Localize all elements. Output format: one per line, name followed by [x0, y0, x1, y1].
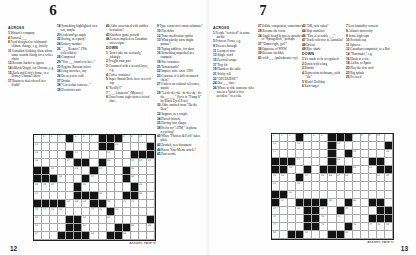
white-cell: 35	[99, 192, 107, 200]
black-cell	[377, 215, 385, 223]
white-cell	[147, 183, 155, 191]
cell-number: 13	[35, 151, 38, 154]
clue-number: 41	[258, 56, 261, 60]
white-cell	[58, 216, 66, 224]
white-cell: 26	[58, 175, 66, 183]
cell-number: 51	[83, 216, 86, 219]
white-cell: 51	[82, 216, 90, 224]
clue: 11 Canadian clothing chain whose name so…	[8, 49, 54, 61]
clue-column-3: 42 "OK, note taken"44 Ship stabilizer46 …	[302, 24, 346, 130]
white-cell	[296, 215, 304, 223]
cell-number: 41	[123, 200, 126, 203]
cell-number: 35	[329, 199, 332, 202]
white-cell: 29	[34, 183, 42, 191]
white-cell	[66, 175, 74, 183]
white-cell	[280, 215, 288, 223]
white-cell: 30	[42, 183, 50, 191]
white-cell	[139, 143, 147, 151]
white-cell: 16	[385, 150, 393, 158]
clue-number: 27	[258, 24, 261, 28]
cell-number: 36	[139, 192, 142, 195]
white-cell	[369, 142, 377, 150]
white-cell	[361, 166, 369, 174]
cell-number: 37	[273, 207, 276, 210]
black-cell	[328, 150, 336, 158]
black-cell	[312, 199, 320, 207]
white-cell	[361, 223, 369, 231]
clue-number: 17	[213, 62, 216, 66]
clue-column-3: 40 Abbr. associated with sudden hesitati…	[106, 24, 152, 130]
cell-number: 31	[273, 182, 276, 185]
clue: 46 Letters implied on Canadian street si…	[106, 37, 152, 45]
clue-number: 30	[157, 103, 160, 107]
cell-number: 15	[107, 151, 110, 154]
black-cell	[115, 135, 123, 143]
cell-number: 38	[75, 200, 78, 203]
cell-number: 19	[289, 166, 292, 169]
clue-number: 21	[157, 64, 160, 68]
white-cell: 33	[139, 183, 147, 191]
cell-number: 45	[51, 208, 54, 211]
white-cell	[385, 158, 393, 166]
cell-number: 44	[43, 208, 46, 211]
white-cell	[328, 207, 336, 215]
clue-number: 1	[302, 57, 304, 61]
black-cell	[34, 200, 42, 208]
cell-number: 39	[83, 200, 86, 203]
clue-number: 34	[157, 116, 160, 120]
cell-number: 22	[51, 167, 54, 170]
white-cell	[345, 215, 353, 223]
clue: 29 "La-de-dee-da / de-dee-da / de-da ___…	[157, 91, 203, 103]
white-cell: 11	[34, 143, 42, 151]
white-cell	[337, 150, 345, 158]
black-cell	[107, 135, 115, 143]
white-cell: 13	[337, 142, 345, 150]
white-cell: 19	[288, 166, 296, 174]
clue: 14 "Nunchuks," e.g.	[346, 52, 392, 56]
clue: 7 Low humidity concern	[346, 24, 392, 28]
clue: 38 Prefix for "ATM," in phone recycling?	[157, 126, 203, 134]
white-cell: 21	[147, 159, 155, 167]
cell-number: 49	[386, 223, 389, 226]
white-cell	[361, 150, 369, 158]
clue: 2 Freight train part	[106, 59, 152, 63]
cell-number: 12	[297, 142, 300, 145]
white-cell: 15	[353, 150, 361, 158]
crossword-grid-7: 1234567891011121314151617181920212223242…	[271, 133, 394, 240]
white-cell	[99, 216, 107, 224]
clue-number: 20	[57, 33, 60, 37]
black-cell	[296, 231, 304, 239]
cell-number: 18	[337, 158, 340, 161]
clue-number: 1	[106, 51, 108, 55]
clue-number: 2	[302, 61, 304, 65]
cell-number: 38	[297, 207, 300, 210]
white-cell: 31	[272, 182, 280, 190]
cell-number: 37	[67, 200, 70, 203]
clue: 20 Grab-and-go staple	[57, 33, 103, 37]
white-cell	[74, 208, 82, 216]
black-cell	[147, 216, 155, 224]
white-cell	[385, 191, 393, 199]
white-cell: 37	[272, 207, 280, 215]
white-cell: 24	[99, 167, 107, 175]
cell-number: 29	[377, 174, 380, 177]
clue-list-heading: DOWN	[302, 52, 346, 56]
clue-number: 16	[346, 57, 349, 61]
clue-number: 46	[302, 33, 305, 37]
clue: 34 Placed (down)	[157, 116, 203, 120]
white-cell	[304, 142, 312, 150]
black-cell	[320, 199, 328, 207]
white-cell: 39	[320, 207, 328, 215]
clue-number: 13	[213, 53, 216, 57]
clue: 19 Site container	[157, 60, 203, 64]
white-cell	[42, 216, 50, 224]
black-cell	[42, 167, 50, 175]
black-cell	[369, 199, 377, 207]
clue: 35 Having four sharps	[157, 121, 203, 125]
white-cell	[131, 208, 139, 216]
clue: 31 Bygone Russian rulers	[57, 64, 103, 68]
white-cell	[369, 207, 377, 215]
cell-number: 14	[75, 151, 78, 154]
black-cell	[115, 232, 123, 240]
clue-number: 25	[346, 75, 349, 79]
white-cell: 52	[345, 231, 353, 239]
cell-number: 13	[337, 142, 340, 145]
clue-number: 8	[346, 29, 348, 33]
clue: 13 Became harder to ignore	[8, 61, 54, 65]
white-cell	[353, 215, 361, 223]
white-cell: 10	[139, 135, 147, 143]
cell-number: 1	[273, 134, 274, 137]
white-cell	[58, 143, 66, 151]
white-cell	[345, 158, 353, 166]
white-cell	[90, 159, 98, 167]
white-cell: 43	[337, 215, 345, 223]
cell-number: 7	[91, 135, 92, 138]
black-cell	[123, 167, 131, 175]
clue: 38 Opposite of WNW	[258, 46, 302, 50]
clue: 15 Taping additive, for short	[157, 46, 203, 50]
clue: 15 Festival setups	[213, 58, 257, 62]
clue-number: 31	[57, 64, 60, 68]
clue: 44 Know Your Meme article?	[157, 147, 203, 151]
white-cell: 10	[377, 134, 385, 142]
white-cell: 51	[304, 231, 312, 239]
white-cell	[280, 150, 288, 158]
black-cell	[345, 134, 353, 142]
clue-number: 14	[346, 52, 349, 56]
cell-number: 45	[321, 223, 324, 226]
white-cell	[82, 151, 90, 159]
white-cell	[58, 183, 66, 191]
white-cell	[361, 191, 369, 199]
white-cell	[123, 143, 131, 151]
white-cell	[107, 175, 115, 183]
white-cell: 37	[66, 200, 74, 208]
black-cell	[66, 224, 74, 232]
white-cell	[353, 231, 361, 239]
clue-number: 7	[106, 90, 108, 94]
black-cell	[139, 151, 147, 159]
white-cell: 2	[42, 135, 50, 143]
clue-number: 5	[302, 79, 304, 83]
white-cell: 8	[361, 134, 369, 142]
white-cell	[82, 143, 90, 151]
white-cell: 29	[377, 174, 385, 182]
white-cell	[328, 191, 336, 199]
cell-number: 46	[353, 223, 356, 226]
white-cell: 8	[123, 135, 131, 143]
white-cell	[312, 150, 320, 158]
white-cell	[58, 151, 66, 159]
white-cell	[90, 224, 98, 232]
black-cell	[304, 207, 312, 215]
clue-number: 15	[157, 46, 160, 50]
cell-number: 11	[273, 142, 276, 145]
white-cell	[369, 182, 377, 190]
white-cell: 45	[50, 208, 58, 216]
white-cell	[58, 159, 66, 167]
clue-number: 7	[346, 24, 348, 28]
black-cell	[312, 215, 320, 223]
clue: 4 Depression nickname, with "the"	[302, 71, 346, 79]
white-cell	[288, 142, 296, 150]
cell-number: 5	[75, 135, 76, 138]
cell-number: 25	[321, 174, 324, 177]
white-cell: 39	[82, 200, 90, 208]
clue-number: 11	[8, 49, 11, 53]
white-cell: 46	[353, 223, 361, 231]
cell-number: 58	[91, 232, 94, 235]
clue: 47 Track collector in Australia?	[302, 38, 346, 42]
clue-number: 43	[106, 33, 109, 37]
white-cell: 23	[74, 167, 82, 175]
clue-number: 12	[346, 47, 349, 51]
clue: 46 "This is so noble ___"	[302, 33, 346, 37]
clue-number: 42	[302, 24, 305, 28]
white-cell: 44	[42, 208, 50, 216]
white-cell: 31	[50, 183, 58, 191]
black-cell	[58, 232, 66, 240]
clue: 25 Pet need	[346, 75, 392, 79]
white-cell	[320, 182, 328, 190]
black-cell	[147, 143, 155, 151]
white-cell: 4	[304, 134, 312, 142]
clue: 1 It's made to be recognized	[302, 57, 346, 61]
white-cell	[115, 183, 123, 191]
white-cell: 15	[107, 151, 115, 159]
white-cell	[361, 199, 369, 207]
white-cell: 22	[50, 167, 58, 175]
clue: 39 Became inedible	[258, 51, 302, 55]
cell-number: 52	[345, 231, 348, 234]
white-cell	[345, 191, 353, 199]
clue: 49 Blue shade	[302, 47, 346, 51]
clue: 14 uBlock Origin, for Chrome, e.g.	[8, 66, 54, 70]
cell-number: 39	[321, 207, 324, 210]
clue: 39 Electricity unit	[57, 88, 103, 92]
black-cell	[296, 134, 304, 142]
cell-number: 10	[139, 135, 142, 138]
white-cell: 30	[385, 174, 393, 182]
clue: 27 Cash in on cultural relevance, maybe	[157, 82, 203, 90]
white-cell	[107, 183, 115, 191]
white-cell: 48	[99, 208, 107, 216]
clue-number: 3	[302, 66, 304, 70]
clue: 41 wild-___ (palindromic cry)	[258, 56, 302, 60]
cell-number: 57	[35, 232, 38, 235]
white-cell	[369, 174, 377, 182]
cell-number: 9	[131, 135, 132, 138]
clue-number: 46	[106, 37, 109, 41]
cell-number: 6	[83, 135, 84, 138]
white-cell	[288, 215, 296, 223]
white-cell	[288, 174, 296, 182]
cell-number: 7	[353, 134, 354, 137]
black-cell	[328, 231, 336, 239]
clue-number: 5	[213, 39, 215, 43]
cell-number: 49	[115, 208, 118, 211]
white-cell	[58, 192, 66, 200]
clue-number: 32	[157, 112, 160, 116]
white-cell	[90, 151, 98, 159]
cell-number: 53	[35, 224, 38, 227]
white-cell: 36	[139, 192, 147, 200]
clue-number: 10	[157, 29, 160, 33]
cell-number: 10	[377, 134, 380, 137]
black-cell	[304, 215, 312, 223]
clue-number: 18	[346, 61, 349, 65]
white-cell: 49	[115, 208, 123, 216]
white-cell	[377, 182, 385, 190]
cell-number: 19	[131, 159, 134, 162]
black-cell	[123, 175, 131, 183]
white-cell	[66, 183, 74, 191]
clue: 19 Hands to the table	[213, 67, 257, 71]
cell-number: 47	[91, 208, 94, 211]
white-cell: 27	[337, 174, 345, 182]
white-cell	[361, 182, 369, 190]
white-cell: 18	[107, 159, 115, 167]
white-cell: 55	[131, 224, 139, 232]
black-cell	[74, 192, 82, 200]
clue: 10 Scottish cap	[346, 38, 392, 42]
cell-number: 48	[99, 208, 102, 211]
cell-number: 30	[386, 174, 389, 177]
white-cell	[353, 174, 361, 182]
white-cell: 35	[328, 199, 336, 207]
clue-number: 36	[57, 74, 60, 78]
clue-number: 9	[213, 44, 215, 48]
clue-list-heading: ACROSS	[213, 26, 257, 30]
cell-number: 9	[369, 134, 370, 137]
clue-number: 21	[213, 72, 216, 76]
white-cell	[50, 151, 58, 159]
clue: 20 Play the first card	[346, 66, 392, 70]
clue: 42 "OK, note taken"	[302, 24, 346, 28]
puzzle-number-7: 7	[238, 2, 288, 19]
clue-number: 19	[213, 67, 216, 71]
black-cell	[272, 191, 280, 199]
white-cell: 40	[345, 207, 353, 215]
black-cell	[123, 224, 131, 232]
white-cell	[353, 191, 361, 199]
clue-number: 39	[258, 51, 261, 55]
clue: 22 Improv inits. since 1990	[157, 69, 203, 73]
cell-number: 33	[289, 191, 292, 194]
folio-right: 13	[401, 245, 408, 252]
clue: 9 Type connector's moat substrate?	[157, 24, 203, 28]
white-cell	[139, 216, 147, 224]
white-cell	[139, 224, 147, 232]
white-cell: 57	[34, 232, 42, 240]
white-cell	[337, 191, 345, 199]
clue-number: 8	[106, 95, 108, 99]
clue-number: 15	[8, 70, 11, 74]
white-cell: 45	[320, 223, 328, 231]
white-cell	[304, 150, 312, 158]
clue-number: 9	[346, 33, 348, 37]
clue-number: 22	[213, 76, 216, 80]
clue-list-heading: DOWN	[106, 46, 152, 50]
book-spread: 6 ACROSS1 Watson's company4 Pastoral ___…	[0, 0, 416, 255]
cell-number: 42	[321, 215, 324, 218]
cell-number: 43	[337, 215, 340, 218]
clue-number: 26	[57, 46, 60, 50]
white-cell	[377, 191, 385, 199]
white-cell: 7	[90, 135, 98, 143]
white-cell: 38	[74, 200, 82, 208]
white-cell	[353, 182, 361, 190]
clue-column-1: ACROSS1 Watson's company4 Pastoral ___8 …	[8, 24, 54, 130]
clue: 9 Some high caps	[346, 33, 392, 37]
clue-number: 5	[106, 77, 108, 81]
clue-number: 24	[57, 42, 60, 46]
clue: 1 People "serviced" in some media	[213, 31, 257, 39]
white-cell: 7	[353, 134, 361, 142]
white-cell	[147, 232, 155, 240]
white-cell: 27	[90, 175, 98, 183]
clue: 5 Super Smash Bros. hero in a red cap	[106, 77, 152, 85]
white-cell	[345, 182, 353, 190]
white-cell	[74, 143, 82, 151]
black-cell	[328, 134, 336, 142]
clue-number: 34	[258, 33, 261, 37]
white-cell	[42, 159, 50, 167]
white-cell	[280, 182, 288, 190]
black-cell	[99, 200, 107, 208]
white-cell	[90, 143, 98, 151]
black-cell	[66, 151, 74, 159]
white-cell	[147, 200, 155, 208]
answer-note-7: ANSWER, PAGE 91	[349, 241, 394, 244]
clue-number: 4	[8, 35, 10, 39]
white-cell: 42	[320, 215, 328, 223]
cell-number: 43	[35, 208, 38, 211]
cell-number: 25	[131, 167, 134, 170]
white-cell	[328, 223, 336, 231]
cell-number: 23	[75, 167, 78, 170]
white-cell: 3	[50, 135, 58, 143]
black-cell	[42, 200, 50, 208]
clue-number: 22	[57, 37, 60, 41]
cell-number: 11	[35, 143, 38, 146]
white-cell: 41	[272, 215, 280, 223]
